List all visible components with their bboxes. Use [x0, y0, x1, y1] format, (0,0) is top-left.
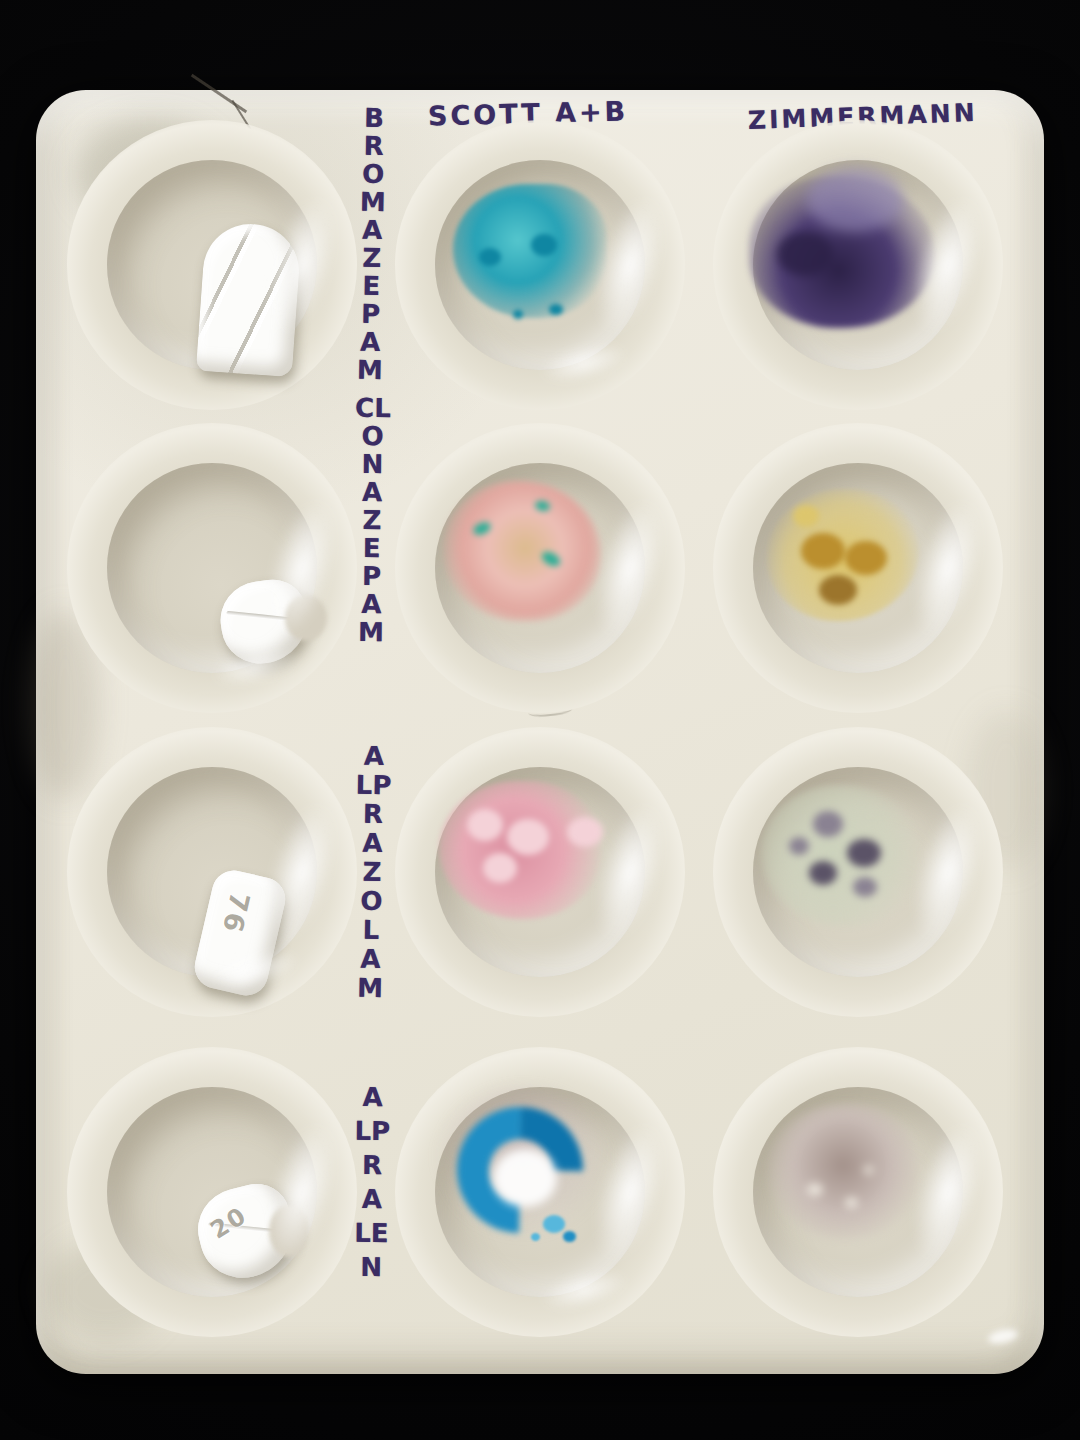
row-label-alprazolam: ALPRAZOLAM — [352, 742, 393, 1004]
well-r4c3 — [713, 1047, 1003, 1337]
residue-zimmermann-alprazolam — [761, 785, 921, 927]
residue-scott-alprazolam — [439, 781, 601, 919]
photo-background: { "scene": { "type": "overhead photograp… — [0, 0, 1080, 1440]
row-label-alpralen: ALPRALEN — [353, 1080, 391, 1284]
well-r1c2 — [395, 120, 685, 410]
residue-zimmermann-alpralen — [767, 1105, 919, 1239]
glaze-glint — [987, 1327, 1019, 1346]
well-r3c1: 76 — [67, 727, 357, 1017]
spot-plate: SCOTT A+B ZIMMERMANN BROMAZEPAM CLONAZEP… — [36, 90, 1044, 1374]
well-r2c3 — [713, 423, 1003, 713]
well-r3c3 — [713, 727, 1003, 1017]
well-r1c1 — [67, 120, 357, 410]
residue-zimmermann-clonazepam — [767, 489, 919, 621]
well-r2c2 — [395, 423, 685, 713]
row-label-bromazepam: BROMAZEPAM — [352, 104, 393, 385]
pill-imprint: 76 — [216, 889, 256, 936]
well-r2c1 — [67, 423, 357, 713]
well-r4c1: 20 — [67, 1047, 357, 1337]
well-r4c2 — [395, 1047, 685, 1337]
residue-scott-bromazepam — [453, 184, 607, 318]
row-label-clonazepam: CLONAZEPAM — [353, 394, 391, 646]
pill-imprint: 20 — [206, 1201, 253, 1245]
residue-scott-clonazepam — [443, 481, 601, 621]
residue-zimmermann-bromazepam — [749, 176, 935, 328]
well-r3c2 — [395, 727, 685, 1017]
well-r1c3 — [713, 120, 1003, 410]
